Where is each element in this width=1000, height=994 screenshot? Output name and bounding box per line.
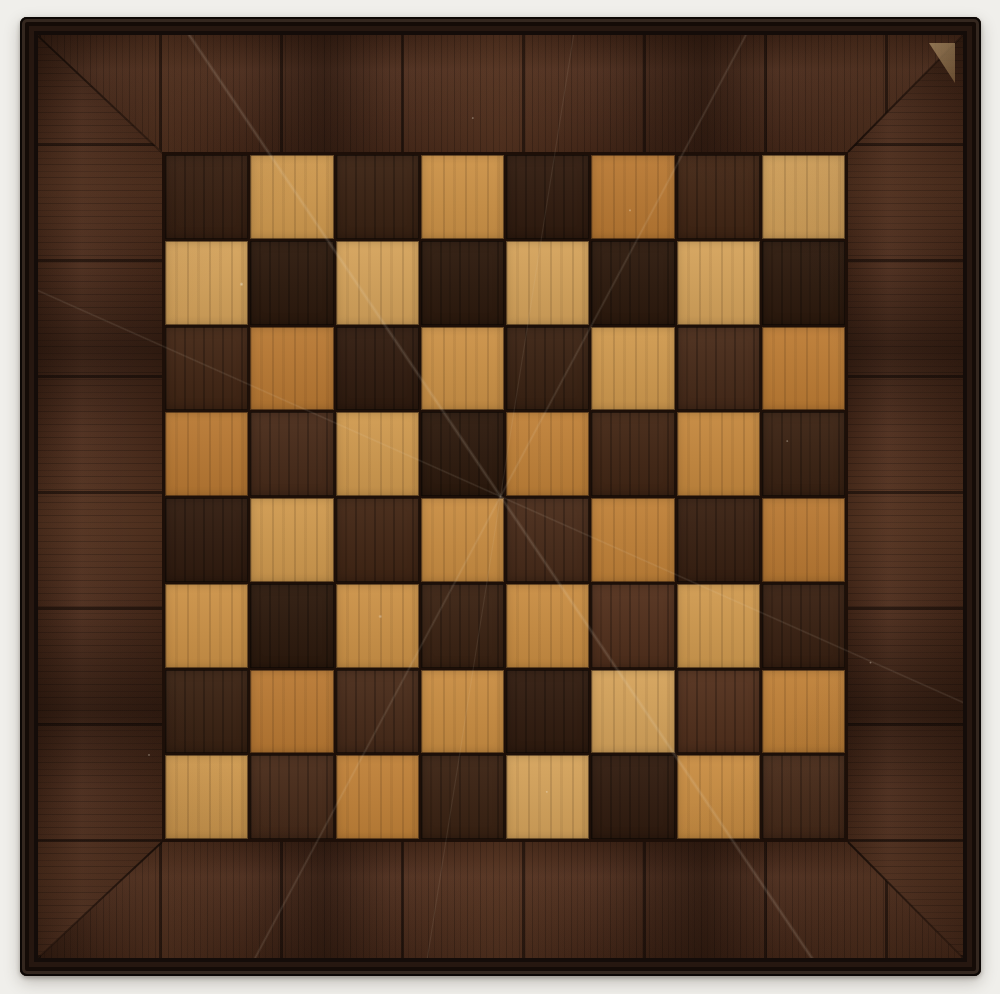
square-d3[interactable]	[421, 584, 504, 668]
square-h5[interactable]	[762, 412, 845, 496]
square-g5[interactable]	[677, 412, 760, 496]
square-b7[interactable]	[250, 241, 333, 325]
square-a8[interactable]	[165, 155, 248, 239]
square-c6[interactable]	[336, 327, 419, 411]
square-b5[interactable]	[250, 412, 333, 496]
square-c3[interactable]	[336, 584, 419, 668]
rosewood-border-left	[38, 35, 162, 958]
square-g3[interactable]	[677, 584, 760, 668]
square-e4[interactable]	[506, 498, 589, 582]
square-g1[interactable]	[677, 755, 760, 839]
square-f4[interactable]	[591, 498, 674, 582]
square-a6[interactable]	[165, 327, 248, 411]
square-f3[interactable]	[591, 584, 674, 668]
square-b3[interactable]	[250, 584, 333, 668]
rosewood-border-right	[848, 35, 963, 958]
chessboard-frame	[20, 17, 981, 976]
square-a3[interactable]	[165, 584, 248, 668]
board-face	[38, 35, 963, 958]
square-g8[interactable]	[677, 155, 760, 239]
rosewood-border-bottom	[38, 842, 963, 958]
square-f2[interactable]	[591, 670, 674, 754]
square-d7[interactable]	[421, 241, 504, 325]
square-h2[interactable]	[762, 670, 845, 754]
square-f1[interactable]	[591, 755, 674, 839]
square-b2[interactable]	[250, 670, 333, 754]
square-e1[interactable]	[506, 755, 589, 839]
square-g2[interactable]	[677, 670, 760, 754]
square-f5[interactable]	[591, 412, 674, 496]
square-c2[interactable]	[336, 670, 419, 754]
square-a5[interactable]	[165, 412, 248, 496]
playing-field	[162, 152, 848, 842]
square-e7[interactable]	[506, 241, 589, 325]
square-h6[interactable]	[762, 327, 845, 411]
square-b4[interactable]	[250, 498, 333, 582]
square-a2[interactable]	[165, 670, 248, 754]
square-d4[interactable]	[421, 498, 504, 582]
photo-background	[0, 0, 1000, 994]
rosewood-border-top	[38, 35, 963, 152]
square-d2[interactable]	[421, 670, 504, 754]
square-c8[interactable]	[336, 155, 419, 239]
square-a7[interactable]	[165, 241, 248, 325]
square-f7[interactable]	[591, 241, 674, 325]
square-h1[interactable]	[762, 755, 845, 839]
square-h3[interactable]	[762, 584, 845, 668]
square-e6[interactable]	[506, 327, 589, 411]
square-g7[interactable]	[677, 241, 760, 325]
square-d5[interactable]	[421, 412, 504, 496]
square-d6[interactable]	[421, 327, 504, 411]
square-h4[interactable]	[762, 498, 845, 582]
square-b8[interactable]	[250, 155, 333, 239]
square-a4[interactable]	[165, 498, 248, 582]
square-d8[interactable]	[421, 155, 504, 239]
square-c7[interactable]	[336, 241, 419, 325]
square-f8[interactable]	[591, 155, 674, 239]
square-h7[interactable]	[762, 241, 845, 325]
square-a1[interactable]	[165, 755, 248, 839]
square-b6[interactable]	[250, 327, 333, 411]
square-e8[interactable]	[506, 155, 589, 239]
square-d1[interactable]	[421, 755, 504, 839]
square-e2[interactable]	[506, 670, 589, 754]
square-c5[interactable]	[336, 412, 419, 496]
square-c4[interactable]	[336, 498, 419, 582]
square-g4[interactable]	[677, 498, 760, 582]
square-c1[interactable]	[336, 755, 419, 839]
square-b1[interactable]	[250, 755, 333, 839]
square-g6[interactable]	[677, 327, 760, 411]
square-f6[interactable]	[591, 327, 674, 411]
square-e3[interactable]	[506, 584, 589, 668]
square-h8[interactable]	[762, 155, 845, 239]
square-e5[interactable]	[506, 412, 589, 496]
